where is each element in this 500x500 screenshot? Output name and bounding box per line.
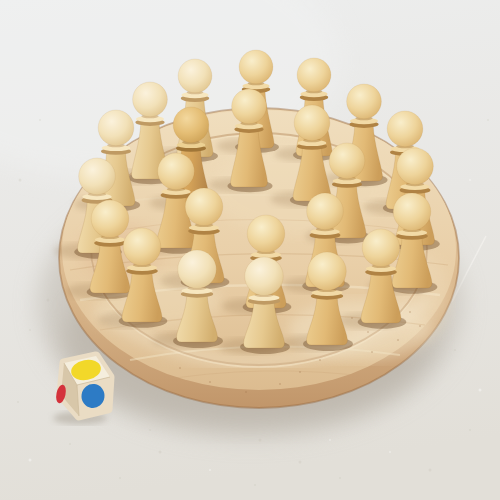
color-die[interactable] [53,356,110,425]
memory-chess-product-photo [0,0,500,500]
scene-canvas [0,0,500,500]
